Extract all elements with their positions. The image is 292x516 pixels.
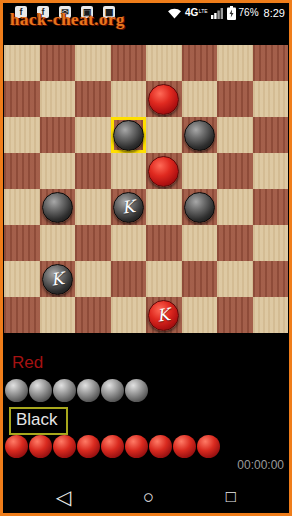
board-square-r0c4[interactable]: [146, 45, 182, 81]
red-player-label: Red: [12, 353, 43, 373]
board-square-r5c0[interactable]: [4, 225, 40, 261]
board-square-r5c4[interactable]: [146, 225, 182, 261]
board-square-r5c1[interactable]: [40, 225, 76, 261]
king-mark: K: [156, 306, 171, 325]
board-square-r2c7[interactable]: [253, 117, 289, 153]
captured-red-checker: [149, 435, 172, 458]
board-square-r3c1[interactable]: [40, 153, 76, 189]
board-square-r7c5[interactable]: [182, 297, 218, 333]
board-square-r6c7[interactable]: [253, 261, 289, 297]
battery-charging-icon: [227, 6, 236, 20]
black-captured-pieces-row: [5, 435, 220, 458]
recents-button[interactable]: □: [226, 488, 236, 505]
board-square-r7c6[interactable]: [217, 297, 253, 333]
red-man-piece[interactable]: [148, 156, 179, 187]
board-square-r7c7[interactable]: [253, 297, 289, 333]
network-type-indicator: 4G LTE: [185, 8, 208, 18]
black-man-piece[interactable]: [42, 192, 73, 223]
clock: 8:29: [264, 7, 285, 19]
board-square-r6c1[interactable]: K: [40, 261, 76, 297]
board-square-r0c2[interactable]: [75, 45, 111, 81]
captured-red-checker: [53, 435, 76, 458]
captured-red-checker: [101, 435, 124, 458]
board-square-r5c7[interactable]: [253, 225, 289, 261]
board-square-r6c5[interactable]: [182, 261, 218, 297]
board-square-r7c1[interactable]: [40, 297, 76, 333]
captured-red-checker: [5, 435, 28, 458]
board-square-r7c2[interactable]: [75, 297, 111, 333]
black-man-piece[interactable]: [184, 120, 215, 151]
black-king-piece[interactable]: K: [42, 264, 73, 295]
android-nav-bar: ◁ ○ □: [3, 480, 289, 513]
black-man-piece[interactable]: [113, 120, 144, 151]
captured-red-checker: [125, 435, 148, 458]
board-square-r4c7[interactable]: [253, 189, 289, 225]
board-square-r4c2[interactable]: [75, 189, 111, 225]
status-bar-right: 4G LTE 76% 8:29: [167, 5, 285, 20]
board-square-r1c6[interactable]: [217, 81, 253, 117]
board-square-r5c3[interactable]: [111, 225, 147, 261]
board-square-r2c6[interactable]: [217, 117, 253, 153]
captured-red-checker: [173, 435, 196, 458]
board-square-r4c6[interactable]: [217, 189, 253, 225]
network-sub-label: LTE: [199, 9, 208, 14]
board-square-r4c3[interactable]: K: [111, 189, 147, 225]
black-man-piece[interactable]: [184, 192, 215, 223]
watermark-text: hack-cheat.org: [10, 10, 125, 30]
captured-black-checker: [53, 379, 76, 402]
captured-red-checker: [77, 435, 100, 458]
captured-red-checker: [197, 435, 220, 458]
board-square-r3c7[interactable]: [253, 153, 289, 189]
board-square-r2c3[interactable]: [111, 117, 147, 153]
board-square-r3c6[interactable]: [217, 153, 253, 189]
black-king-piece[interactable]: K: [113, 192, 144, 223]
board-square-r7c4[interactable]: K: [146, 297, 182, 333]
checkers-app-screen: ff✉▣▦ 4G LTE 76% 8:29 hack-che: [0, 0, 292, 516]
king-mark: K: [121, 198, 136, 217]
board-square-r1c2[interactable]: [75, 81, 111, 117]
captured-black-checker: [125, 379, 148, 402]
board-square-r2c1[interactable]: [40, 117, 76, 153]
board-square-r5c2[interactable]: [75, 225, 111, 261]
board-square-r6c6[interactable]: [217, 261, 253, 297]
captured-black-checker: [101, 379, 124, 402]
wifi-icon: [167, 7, 182, 19]
board-square-r5c6[interactable]: [217, 225, 253, 261]
board-square-r2c2[interactable]: [75, 117, 111, 153]
game-timer: 00:00:00: [237, 458, 284, 472]
board-square-r0c7[interactable]: [253, 45, 289, 81]
board-square-r6c2[interactable]: [75, 261, 111, 297]
king-mark: K: [50, 270, 65, 289]
player-panel: Red Black 00:00:00: [3, 333, 289, 480]
board-square-r1c7[interactable]: [253, 81, 289, 117]
captured-black-checker: [29, 379, 52, 402]
red-man-piece[interactable]: [148, 84, 179, 115]
board-square-r7c0[interactable]: [4, 297, 40, 333]
black-turn-indicator: Black: [9, 407, 68, 435]
captured-red-checker: [29, 435, 52, 458]
board-square-r0c1[interactable]: [40, 45, 76, 81]
captured-black-checker: [5, 379, 28, 402]
signal-strength-icon: [211, 7, 224, 19]
board-square-r6c0[interactable]: [4, 261, 40, 297]
status-bar: ff✉▣▦ 4G LTE 76% 8:29 hack-che: [3, 3, 289, 26]
board-square-r7c3[interactable]: [111, 297, 147, 333]
back-button[interactable]: ◁: [56, 487, 71, 507]
board-square-r6c3[interactable]: [111, 261, 147, 297]
checkers-board: KKK: [4, 45, 288, 333]
board-square-r4c5[interactable]: [182, 189, 218, 225]
board-square-r1c4[interactable]: [146, 81, 182, 117]
board-square-r1c1[interactable]: [40, 81, 76, 117]
red-captured-pieces-row: [5, 379, 148, 402]
board-square-r3c2[interactable]: [75, 153, 111, 189]
board-square-r4c0[interactable]: [4, 189, 40, 225]
board-square-r1c0[interactable]: [4, 81, 40, 117]
board-square-r0c3[interactable]: [111, 45, 147, 81]
captured-black-checker: [77, 379, 100, 402]
board-square-r0c5[interactable]: [182, 45, 218, 81]
board-square-r5c5[interactable]: [182, 225, 218, 261]
battery-percent: 76%: [239, 7, 259, 18]
network-label: 4G: [185, 8, 198, 18]
board-square-r3c0[interactable]: [4, 153, 40, 189]
red-king-piece[interactable]: K: [148, 300, 179, 331]
board-square-r3c3[interactable]: [111, 153, 147, 189]
board-square-r0c6[interactable]: [217, 45, 253, 81]
board-square-r2c5[interactable]: [182, 117, 218, 153]
board-square-r2c0[interactable]: [4, 117, 40, 153]
board-square-r1c3[interactable]: [111, 81, 147, 117]
board-square-r3c4[interactable]: [146, 153, 182, 189]
board-square-r3c5[interactable]: [182, 153, 218, 189]
board-square-r4c1[interactable]: [40, 189, 76, 225]
board-square-r0c0[interactable]: [4, 45, 40, 81]
home-button[interactable]: ○: [143, 487, 154, 506]
board-square-r4c4[interactable]: [146, 189, 182, 225]
board-square-r6c4[interactable]: [146, 261, 182, 297]
board-square-r2c4[interactable]: [146, 117, 182, 153]
board-square-r1c5[interactable]: [182, 81, 218, 117]
